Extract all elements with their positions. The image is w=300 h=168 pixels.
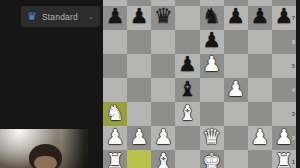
chess-board: ♜♝♚♜8♟♟♛♞♟♟♟7♟6♟♟5♝♟4♞♝3♟♟♟♛♟♟2♜♝♚♜1: [103, 0, 296, 168]
square-a6[interactable]: [103, 30, 127, 54]
game-type-label: Standard: [42, 12, 78, 22]
rank-label: 6: [292, 39, 295, 45]
black-pawn: ♟: [178, 54, 197, 75]
square-c6[interactable]: [151, 30, 175, 54]
square-b7[interactable]: ♟: [127, 6, 151, 30]
square-d7[interactable]: [175, 6, 199, 30]
square-f3[interactable]: [224, 102, 248, 126]
square-e7[interactable]: ♞: [200, 6, 224, 30]
square-g4[interactable]: [248, 78, 272, 102]
black-pawn: ♟: [226, 6, 245, 27]
black-rook: ♜: [106, 0, 125, 3]
queen-crown-icon: ♛: [27, 11, 37, 22]
square-g2[interactable]: ♟: [248, 126, 272, 150]
square-a7[interactable]: ♟: [103, 6, 127, 30]
square-d4[interactable]: ♝: [175, 78, 199, 102]
white-knight: ♞: [106, 103, 125, 124]
white-pawn: ♟: [154, 127, 173, 148]
square-e3[interactable]: [200, 102, 224, 126]
black-queen: ♛: [154, 6, 173, 27]
white-rook: ♜: [106, 151, 125, 168]
square-e2[interactable]: ♛: [200, 126, 224, 150]
white-pawn: ♟: [250, 127, 269, 148]
square-b4[interactable]: [127, 78, 151, 102]
rank-label: 5: [292, 63, 295, 69]
square-a5[interactable]: [103, 54, 127, 78]
square-h2[interactable]: ♟2: [272, 126, 296, 150]
white-king: ♚: [202, 151, 221, 168]
square-h3[interactable]: 3: [272, 102, 296, 126]
square-c4[interactable]: [151, 78, 175, 102]
white-bishop: ♝: [154, 151, 173, 168]
game-type-dropdown[interactable]: ♛ Standard ⌄: [21, 6, 100, 27]
square-a2[interactable]: ♟: [103, 126, 127, 150]
black-king: ♚: [202, 0, 221, 3]
square-e5[interactable]: ♟: [200, 54, 224, 78]
square-a1[interactable]: ♜: [103, 150, 127, 168]
webcam-feed: [0, 129, 88, 168]
white-pawn: ♟: [202, 54, 221, 75]
black-bishop: ♝: [178, 79, 197, 100]
white-bishop: ♝: [178, 103, 197, 124]
square-d6[interactable]: [175, 30, 199, 54]
square-h5[interactable]: 5: [272, 54, 296, 78]
black-pawn: ♟: [202, 30, 221, 51]
rank-label: 7: [292, 15, 295, 21]
black-pawn: ♟: [130, 6, 149, 27]
black-rook: ♜: [275, 0, 294, 3]
white-pawn: ♟: [130, 127, 149, 148]
square-d5[interactable]: ♟: [175, 54, 199, 78]
square-b2[interactable]: ♟: [127, 126, 151, 150]
black-pawn: ♟: [275, 6, 294, 27]
square-a4[interactable]: [103, 78, 127, 102]
square-f7[interactable]: ♟: [224, 6, 248, 30]
square-b5[interactable]: [127, 54, 151, 78]
square-h7[interactable]: ♟7: [272, 6, 296, 30]
white-pawn: ♟: [275, 127, 294, 148]
square-g3[interactable]: [248, 102, 272, 126]
square-f6[interactable]: [224, 30, 248, 54]
rank-label: 1: [292, 159, 295, 165]
square-d1[interactable]: [175, 150, 199, 168]
white-pawn: ♟: [226, 79, 245, 100]
square-e4[interactable]: [200, 78, 224, 102]
rank-label: 2: [292, 135, 295, 141]
black-pawn: ♟: [250, 6, 269, 27]
square-d3[interactable]: ♝: [175, 102, 199, 126]
square-f5[interactable]: [224, 54, 248, 78]
square-e1[interactable]: ♚: [200, 150, 224, 168]
black-bishop: ♝: [154, 0, 173, 3]
square-f4[interactable]: ♟: [224, 78, 248, 102]
rank-label: 4: [292, 87, 295, 93]
square-h1[interactable]: ♜1: [272, 150, 296, 168]
white-rook: ♜: [275, 151, 294, 168]
square-a3[interactable]: ♞: [103, 102, 127, 126]
square-g6[interactable]: [248, 30, 272, 54]
square-f2[interactable]: [224, 126, 248, 150]
black-pawn: ♟: [106, 6, 125, 27]
square-f1[interactable]: [224, 150, 248, 168]
square-c7[interactable]: ♛: [151, 6, 175, 30]
white-queen: ♛: [202, 127, 221, 148]
white-pawn: ♟: [106, 127, 125, 148]
square-e6[interactable]: ♟: [200, 30, 224, 54]
square-d2[interactable]: [175, 126, 199, 150]
square-c5[interactable]: [151, 54, 175, 78]
square-g5[interactable]: [248, 54, 272, 78]
player-face: [34, 156, 57, 168]
black-knight: ♞: [202, 6, 221, 27]
rank-label: 3: [292, 111, 295, 117]
square-b1[interactable]: [127, 150, 151, 168]
square-g1[interactable]: [248, 150, 272, 168]
square-h6[interactable]: 6: [272, 30, 296, 54]
square-c1[interactable]: ♝: [151, 150, 175, 168]
square-h4[interactable]: 4: [272, 78, 296, 102]
square-b3[interactable]: [127, 102, 151, 126]
square-g7[interactable]: ♟: [248, 6, 272, 30]
square-c3[interactable]: [151, 102, 175, 126]
square-c2[interactable]: ♟: [151, 126, 175, 150]
chevron-down-icon: ⌄: [88, 13, 94, 20]
square-b6[interactable]: [127, 30, 151, 54]
